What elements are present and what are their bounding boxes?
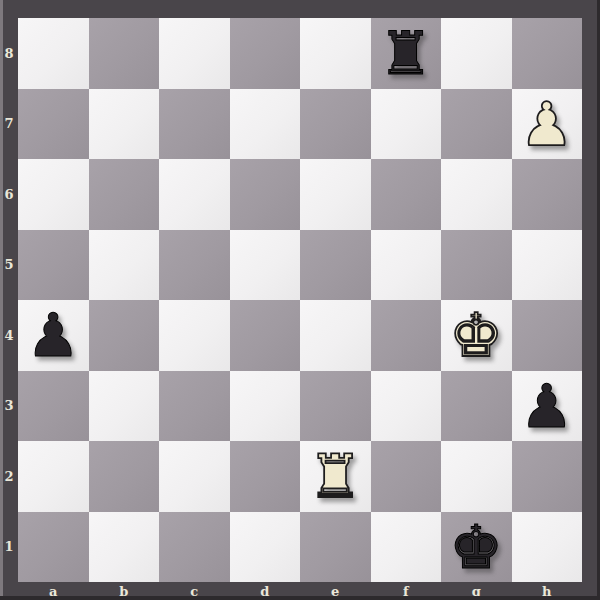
frame-bevel-bottom: [0, 596, 600, 600]
square-a4[interactable]: ♟: [18, 300, 89, 371]
square-h5[interactable]: [512, 230, 583, 301]
square-a3[interactable]: [18, 371, 89, 442]
square-h6[interactable]: [512, 159, 583, 230]
square-g7[interactable]: [441, 89, 512, 160]
square-f3[interactable]: [371, 371, 442, 442]
square-a1[interactable]: [18, 512, 89, 583]
square-b1[interactable]: [89, 512, 160, 583]
square-f7[interactable]: [371, 89, 442, 160]
square-a6[interactable]: [18, 159, 89, 230]
piece-white-pawn[interactable]: ♟: [520, 94, 574, 154]
square-a5[interactable]: [18, 230, 89, 301]
square-c6[interactable]: [159, 159, 230, 230]
square-h7[interactable]: ♟: [512, 89, 583, 160]
square-f5[interactable]: [371, 230, 442, 301]
square-c4[interactable]: [159, 300, 230, 371]
square-b3[interactable]: [89, 371, 160, 442]
square-c3[interactable]: [159, 371, 230, 442]
square-h4[interactable]: [512, 300, 583, 371]
square-h1[interactable]: [512, 512, 583, 583]
square-b8[interactable]: [89, 18, 160, 89]
square-g2[interactable]: [441, 441, 512, 512]
square-b2[interactable]: [89, 441, 160, 512]
frame-bevel-left: [0, 0, 3, 600]
square-b4[interactable]: [89, 300, 160, 371]
piece-black-king[interactable]: ♚: [449, 517, 503, 577]
piece-white-king[interactable]: ♚: [449, 305, 503, 365]
square-d1[interactable]: [230, 512, 301, 583]
square-d8[interactable]: [230, 18, 301, 89]
piece-black-rook[interactable]: ♜: [379, 23, 433, 83]
square-b7[interactable]: [89, 89, 160, 160]
square-e4[interactable]: [300, 300, 371, 371]
square-d7[interactable]: [230, 89, 301, 160]
square-e5[interactable]: [300, 230, 371, 301]
square-h3[interactable]: ♟: [512, 371, 583, 442]
square-g8[interactable]: [441, 18, 512, 89]
square-d6[interactable]: [230, 159, 301, 230]
chess-board: ♜♟♟♚♟♜♚: [18, 18, 582, 582]
square-f2[interactable]: [371, 441, 442, 512]
square-a7[interactable]: [18, 89, 89, 160]
square-e1[interactable]: [300, 512, 371, 583]
square-c7[interactable]: [159, 89, 230, 160]
square-c1[interactable]: [159, 512, 230, 583]
piece-white-rook[interactable]: ♜: [308, 446, 362, 506]
square-g1[interactable]: ♚: [441, 512, 512, 583]
square-e3[interactable]: [300, 371, 371, 442]
square-e6[interactable]: [300, 159, 371, 230]
square-a8[interactable]: [18, 18, 89, 89]
square-d3[interactable]: [230, 371, 301, 442]
square-h2[interactable]: [512, 441, 583, 512]
square-f8[interactable]: ♜: [371, 18, 442, 89]
square-g4[interactable]: ♚: [441, 300, 512, 371]
square-b5[interactable]: [89, 230, 160, 301]
piece-black-pawn[interactable]: ♟: [26, 305, 80, 365]
square-g5[interactable]: [441, 230, 512, 301]
square-e8[interactable]: [300, 18, 371, 89]
square-f6[interactable]: [371, 159, 442, 230]
square-e7[interactable]: [300, 89, 371, 160]
square-e2[interactable]: ♜: [300, 441, 371, 512]
square-c2[interactable]: [159, 441, 230, 512]
square-d4[interactable]: [230, 300, 301, 371]
square-c8[interactable]: [159, 18, 230, 89]
square-f1[interactable]: [371, 512, 442, 583]
board-frame: ♜♟♟♚♟♜♚ 87654321 abcdefgh: [0, 0, 600, 600]
square-g6[interactable]: [441, 159, 512, 230]
square-a2[interactable]: [18, 441, 89, 512]
square-b6[interactable]: [89, 159, 160, 230]
square-d2[interactable]: [230, 441, 301, 512]
square-c5[interactable]: [159, 230, 230, 301]
square-g3[interactable]: [441, 371, 512, 442]
piece-black-pawn[interactable]: ♟: [520, 376, 574, 436]
square-h8[interactable]: [512, 18, 583, 89]
square-f4[interactable]: [371, 300, 442, 371]
square-d5[interactable]: [230, 230, 301, 301]
